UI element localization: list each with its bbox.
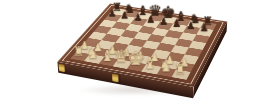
brass-hinge-icon (112, 74, 118, 83)
piece-white-rook-h1: ♜ (171, 63, 189, 76)
piece-black-pawn-h7: ♟ (196, 24, 212, 34)
chess-set-photo: ♜♞♝♛♚♝♞♜♟♟♟♟♟♟♟♟♟♟♟♟♟♟♟♟♜♞♝♛♚♝♞♜ (0, 0, 260, 110)
brass-hinge-icon (59, 64, 65, 72)
fold-seam (119, 73, 120, 84)
